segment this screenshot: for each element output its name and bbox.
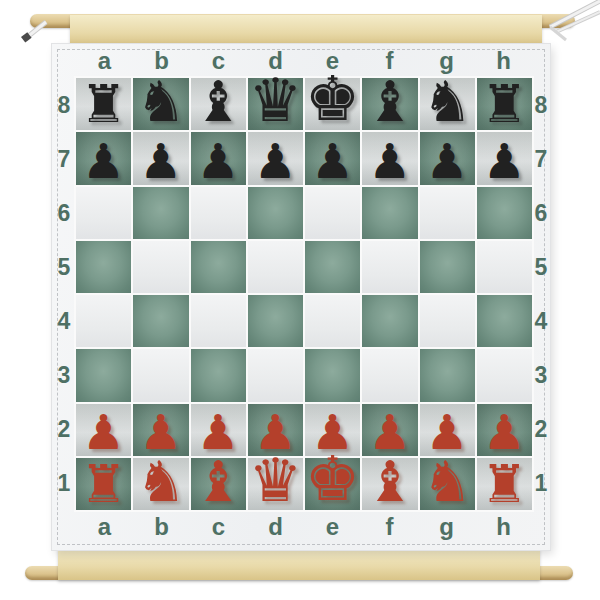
square-b6[interactable] [133, 187, 188, 239]
black-bishop-f8[interactable]: ♝ [365, 74, 415, 130]
square-a7[interactable]: ♟ [76, 132, 131, 184]
square-h7[interactable]: ♟ [477, 132, 532, 184]
square-e7[interactable]: ♟ [305, 132, 360, 184]
file-label-a: a [76, 510, 133, 544]
square-g8[interactable]: ♞ [420, 78, 475, 130]
file-labels-top: abcdefgh [76, 44, 532, 78]
square-h2[interactable]: ♟ [477, 404, 532, 456]
rank-label-5: 5 [532, 240, 550, 294]
file-label-d: d [247, 510, 304, 544]
demo-chessboard-photo: abcdefgh 87654321 ♜♞♝♛♚♝♞♜♟♟♟♟♟♟♟♟♟♟♟♟♟♟… [0, 0, 600, 600]
rank-label-6: 6 [52, 186, 76, 240]
square-g4[interactable] [420, 295, 475, 347]
black-bishop-c8[interactable]: ♝ [193, 74, 243, 130]
rank-label-7: 7 [52, 132, 76, 186]
square-e5[interactable] [305, 241, 360, 293]
square-b2[interactable]: ♟ [133, 404, 188, 456]
rank-label-8: 8 [532, 78, 550, 132]
square-d1[interactable]: ♛ [248, 458, 303, 510]
black-knight-b8[interactable]: ♞ [136, 74, 186, 130]
square-e1[interactable]: ♚ [305, 458, 360, 510]
square-c8[interactable]: ♝ [191, 78, 246, 130]
rank-label-5: 5 [52, 240, 76, 294]
rank-label-4: 4 [52, 294, 76, 348]
rank-label-3: 3 [532, 348, 550, 402]
rank-label-1: 1 [52, 456, 76, 510]
square-c5[interactable] [191, 241, 246, 293]
black-pawn-g7[interactable]: ♟ [426, 137, 469, 185]
black-pawn-a7[interactable]: ♟ [82, 137, 125, 185]
square-e3[interactable] [305, 349, 360, 401]
square-a1[interactable]: ♜ [76, 458, 131, 510]
file-label-e: e [304, 44, 361, 78]
square-f5[interactable] [362, 241, 417, 293]
file-label-g: g [418, 510, 475, 544]
rank-label-2: 2 [532, 402, 550, 456]
file-labels-bottom: abcdefgh [76, 510, 532, 544]
square-f8[interactable]: ♝ [362, 78, 417, 130]
square-f3[interactable] [362, 349, 417, 401]
square-g5[interactable] [420, 241, 475, 293]
file-label-f: f [361, 510, 418, 544]
black-pawn-c7[interactable]: ♟ [197, 137, 240, 185]
red-pawn-a2[interactable]: ♟ [82, 408, 125, 456]
file-label-c: c [190, 44, 247, 78]
square-e8[interactable]: ♚ [305, 78, 360, 130]
square-f1[interactable]: ♝ [362, 458, 417, 510]
file-label-h: h [475, 510, 532, 544]
rank-labels-left: 87654321 [52, 78, 76, 510]
square-h8[interactable]: ♜ [477, 78, 532, 130]
rank-label-7: 7 [532, 132, 550, 186]
square-f2[interactable]: ♟ [362, 404, 417, 456]
square-b5[interactable] [133, 241, 188, 293]
file-label-b: b [133, 44, 190, 78]
rank-label-3: 3 [52, 348, 76, 402]
top-fabric-sleeve [70, 15, 542, 45]
rank-labels-right: 87654321 [532, 78, 550, 510]
square-h4[interactable] [477, 295, 532, 347]
black-pawn-e7[interactable]: ♟ [311, 137, 354, 185]
square-c2[interactable]: ♟ [191, 404, 246, 456]
red-knight-b1[interactable]: ♞ [136, 454, 186, 510]
black-pawn-h7[interactable]: ♟ [483, 137, 526, 185]
square-c7[interactable]: ♟ [191, 132, 246, 184]
red-king-e1[interactable]: ♚ [305, 448, 361, 510]
square-d4[interactable] [248, 295, 303, 347]
file-label-a: a [76, 44, 133, 78]
square-h6[interactable] [477, 187, 532, 239]
square-b8[interactable]: ♞ [133, 78, 188, 130]
square-b4[interactable] [133, 295, 188, 347]
chessboard-grid: ♜♞♝♛♚♝♞♜♟♟♟♟♟♟♟♟♟♟♟♟♟♟♟♟♜♞♝♛♚♝♞♜ [76, 78, 532, 510]
rank-label-1: 1 [532, 456, 550, 510]
black-knight-g8[interactable]: ♞ [422, 74, 472, 130]
vinyl-banner: abcdefgh 87654321 ♜♞♝♛♚♝♞♜♟♟♟♟♟♟♟♟♟♟♟♟♟♟… [52, 44, 550, 550]
square-g6[interactable] [420, 187, 475, 239]
rank-label-8: 8 [52, 78, 76, 132]
square-c4[interactable] [191, 295, 246, 347]
square-a5[interactable] [76, 241, 131, 293]
file-label-d: d [247, 44, 304, 78]
square-d5[interactable] [248, 241, 303, 293]
square-c3[interactable] [191, 349, 246, 401]
square-e4[interactable] [305, 295, 360, 347]
red-knight-g1[interactable]: ♞ [422, 454, 472, 510]
rank-label-4: 4 [532, 294, 550, 348]
black-pawn-b7[interactable]: ♟ [139, 137, 182, 185]
file-label-c: c [190, 510, 247, 544]
square-b3[interactable] [133, 349, 188, 401]
red-queen-d1[interactable]: ♛ [248, 450, 302, 510]
file-label-f: f [361, 44, 418, 78]
file-label-e: e [304, 510, 361, 544]
red-pawn-h2[interactable]: ♟ [483, 408, 526, 456]
black-rook-h8[interactable]: ♜ [481, 78, 528, 130]
square-g7[interactable]: ♟ [420, 132, 475, 184]
red-bishop-c1[interactable]: ♝ [193, 454, 243, 510]
file-label-b: b [133, 510, 190, 544]
square-f6[interactable] [362, 187, 417, 239]
red-rook-a1[interactable]: ♜ [80, 458, 127, 510]
square-a3[interactable] [76, 349, 131, 401]
square-d3[interactable] [248, 349, 303, 401]
square-c1[interactable]: ♝ [191, 458, 246, 510]
square-d8[interactable]: ♛ [248, 78, 303, 130]
square-g1[interactable]: ♞ [420, 458, 475, 510]
rank-label-6: 6 [532, 186, 550, 240]
black-queen-d8[interactable]: ♛ [248, 70, 302, 130]
square-g2[interactable]: ♟ [420, 404, 475, 456]
square-b1[interactable]: ♞ [133, 458, 188, 510]
black-pawn-f7[interactable]: ♟ [368, 137, 411, 185]
black-rook-a8[interactable]: ♜ [80, 78, 127, 130]
square-c6[interactable] [191, 187, 246, 239]
red-bishop-f1[interactable]: ♝ [365, 454, 415, 510]
file-label-g: g [418, 44, 475, 78]
square-a2[interactable]: ♟ [76, 404, 131, 456]
rank-label-2: 2 [52, 402, 76, 456]
square-f4[interactable] [362, 295, 417, 347]
file-label-h: h [475, 44, 532, 78]
square-e6[interactable] [305, 187, 360, 239]
square-h3[interactable] [477, 349, 532, 401]
square-g3[interactable] [420, 349, 475, 401]
square-h5[interactable] [477, 241, 532, 293]
square-a4[interactable] [76, 295, 131, 347]
square-d6[interactable] [248, 187, 303, 239]
square-d7[interactable]: ♟ [248, 132, 303, 184]
bottom-fabric-sleeve [58, 548, 540, 580]
square-b7[interactable]: ♟ [133, 132, 188, 184]
square-f7[interactable]: ♟ [362, 132, 417, 184]
red-rook-h1[interactable]: ♜ [481, 458, 528, 510]
square-h1[interactable]: ♜ [477, 458, 532, 510]
square-a8[interactable]: ♜ [76, 78, 131, 130]
black-pawn-d7[interactable]: ♟ [254, 137, 297, 185]
square-a6[interactable] [76, 187, 131, 239]
